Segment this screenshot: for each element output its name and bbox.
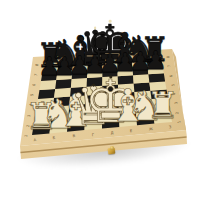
- rank-label-right-6: 6: [169, 74, 173, 77]
- piece-white-rook-h1: ♜: [146, 88, 179, 125]
- pieces-layer: ♜♞♝♛♚♝♞♜♟♟♟♟♟♟♟♟♟♟♟♟♟♟♟♟♜♞♝♛♚♝♞♜: [0, 0, 200, 200]
- piece-finial: [109, 76, 112, 79]
- brass-clasp-knob: [110, 146, 114, 150]
- piece-finial: [109, 20, 112, 23]
- file-label-a: А: [34, 138, 37, 142]
- rank-label-left-6: 6: [32, 84, 36, 87]
- chess-set-product-photo: А11Б22В33Г44Д55Е66Ж77З88 ♜♞♝♛♚♝♞♜♟♟♟♟♟♟♟…: [0, 0, 200, 200]
- piece-black-pawn-h7: ♟: [144, 48, 167, 73]
